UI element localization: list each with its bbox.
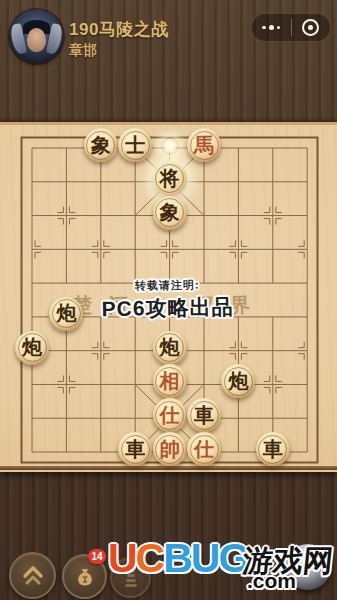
piece-ring (258, 435, 287, 464)
piece-ring (86, 131, 115, 160)
close-button[interactable] (292, 14, 331, 41)
piece-ring (155, 164, 184, 193)
river-char: 界 (230, 292, 251, 320)
piece-ring (155, 198, 184, 227)
bag-badge: 14 (88, 549, 106, 564)
piece-ring (155, 367, 184, 396)
money-bag-icon (73, 565, 97, 589)
piece-ring (155, 401, 184, 430)
more-button[interactable] (252, 14, 291, 41)
piece-象-black[interactable]: 象 (84, 128, 118, 162)
pagoda-icon (122, 567, 140, 589)
close-icon (302, 19, 319, 36)
opponent-name: 章邯 (69, 42, 97, 60)
piece-ring (155, 435, 184, 464)
level-title: 190马陵之战 (69, 18, 169, 41)
river-char: 汉 (195, 292, 216, 320)
piece-将-black[interactable]: 将 (153, 162, 187, 196)
piece-馬-red[interactable]: 馬 (187, 128, 221, 162)
site-letter: G (218, 535, 248, 581)
piece-ring (52, 299, 81, 328)
miniprogram-capsule (251, 13, 331, 42)
piece-ring (190, 401, 219, 430)
avatar[interactable] (10, 10, 63, 63)
expand-button[interactable] (9, 552, 56, 599)
board-edge (0, 466, 337, 470)
piece-ring (190, 131, 219, 160)
piece-ring (121, 435, 150, 464)
piece-相-red[interactable]: 相 (153, 364, 187, 398)
sphere-button[interactable] (285, 544, 331, 590)
xiangqi-app: 190马陵之战 章邯 楚河汉界 象士馬将象炮炮炮相炮仕車車帥仕車 转载请注明: … (0, 0, 337, 600)
piece-ring (224, 367, 253, 396)
piece-車-black[interactable]: 車 (187, 398, 221, 432)
piece-帥-red[interactable]: 帥 (153, 432, 187, 466)
river-char: 河 (108, 292, 129, 320)
avatar-face (27, 28, 46, 52)
piece-炮-black[interactable]: 炮 (15, 331, 49, 365)
piece-車-black[interactable]: 車 (256, 432, 290, 466)
piece-ring (18, 333, 47, 362)
chevron-up-icon (20, 564, 46, 588)
piece-仕-red[interactable]: 仕 (187, 432, 221, 466)
piece-仕-red[interactable]: 仕 (153, 398, 187, 432)
piece-ring (190, 435, 219, 464)
piece-士-black[interactable]: 士 (118, 128, 152, 162)
piece-炮-black[interactable]: 炮 (153, 331, 187, 365)
piece-車-black[interactable]: 車 (118, 432, 152, 466)
site-letter: U (191, 535, 219, 581)
tower-button[interactable] (110, 557, 151, 598)
piece-象-black[interactable]: 象 (153, 196, 187, 230)
piece-ring (121, 131, 150, 160)
more-icon (262, 26, 266, 30)
site-letter: B (163, 535, 191, 581)
